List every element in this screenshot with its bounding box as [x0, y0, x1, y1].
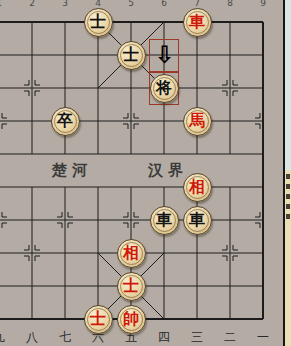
piece-grid: 士車士将卒馬相車車相士士帥	[0, 6, 280, 336]
piece-red-士[interactable]: 士	[84, 305, 113, 334]
piece-glyph: 馬	[189, 113, 205, 129]
piece-black-卒[interactable]: 卒	[51, 107, 80, 136]
piece-glyph: 士	[123, 47, 139, 63]
piece-red-相[interactable]: 相	[117, 239, 146, 268]
adjacent-window-bottom	[285, 170, 291, 346]
piece-black-士[interactable]: 士	[84, 8, 113, 37]
adjacent-window-top	[285, 0, 291, 170]
xiangqi-app-screenshot: 123456789 九八七六五四三二一 楚河 汉界 士車士将卒馬相車車相士士帥 …	[0, 0, 291, 346]
window-edge-artifact	[286, 184, 290, 189]
adjacent-window-strip	[283, 0, 291, 346]
piece-black-車[interactable]: 車	[183, 206, 212, 235]
piece-black-将[interactable]: 将	[150, 74, 179, 103]
piece-glyph: 車	[189, 14, 205, 30]
piece-black-車[interactable]: 車	[150, 206, 179, 235]
piece-glyph: 士	[90, 311, 106, 327]
last-move-down-arrow-icon: ⇩	[150, 43, 179, 67]
window-edge-artifact	[286, 214, 290, 219]
piece-red-車[interactable]: 車	[183, 8, 212, 37]
piece-red-相[interactable]: 相	[183, 173, 212, 202]
piece-glyph: 帥	[123, 311, 139, 327]
piece-glyph: 士	[90, 14, 106, 30]
xiangqi-board[interactable]: 123456789 九八七六五四三二一 楚河 汉界 士車士将卒馬相車車相士士帥 …	[0, 0, 291, 346]
piece-black-士[interactable]: 士	[117, 41, 146, 70]
window-edge-artifact	[286, 204, 290, 209]
piece-glyph: 相	[189, 179, 205, 195]
piece-glyph: 卒	[57, 113, 73, 129]
piece-glyph: 士	[123, 278, 139, 294]
piece-glyph: 将	[156, 80, 172, 96]
piece-glyph: 相	[123, 245, 139, 261]
piece-red-馬[interactable]: 馬	[183, 107, 212, 136]
piece-red-帥[interactable]: 帥	[117, 305, 146, 334]
piece-glyph: 車	[189, 212, 205, 228]
piece-red-士[interactable]: 士	[117, 272, 146, 301]
piece-glyph: 車	[156, 212, 172, 228]
window-edge-artifact	[286, 174, 290, 179]
window-edge-artifact	[286, 194, 290, 199]
